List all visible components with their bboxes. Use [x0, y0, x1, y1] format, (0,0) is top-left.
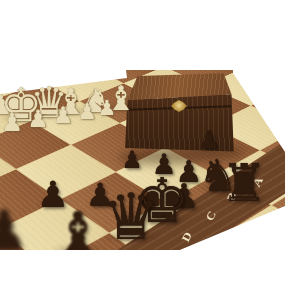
white-pawn: ♟ — [77, 101, 97, 123]
white-pawn: ♟ — [1, 110, 23, 135]
black-bishop: ♝ — [52, 204, 104, 262]
board-square — [103, 271, 229, 285]
white-pawn: ♟ — [53, 104, 74, 127]
product-photo: ABCD ♟♚♟♛♟♝♟♞♟♟♝♟♟♝♟♛♚♟♟♟♟♟♞♜ — [0, 0, 285, 285]
white-pawn: ♟ — [98, 98, 117, 119]
black-pawn: ♟ — [198, 128, 220, 152]
white-pawn: ♟ — [27, 107, 49, 131]
board-square — [230, 275, 285, 285]
board-square — [93, 22, 164, 50]
board-square — [0, 267, 101, 285]
photo-area: ABCD ♟♚♟♛♟♝♟♞♟♟♝♟♟♝♟♛♚♟♟♟♟♟♞♜ — [0, 0, 285, 285]
black-queen: ♛ — [102, 185, 159, 249]
black-pawn: ♟ — [0, 204, 28, 258]
black-rook: ♜ — [221, 157, 268, 209]
